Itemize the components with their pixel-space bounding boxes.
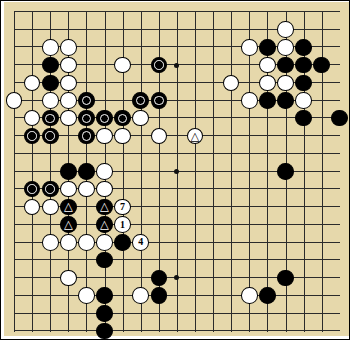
circle-mark-icon (27, 184, 37, 194)
black-stone (277, 57, 294, 73)
black-stone-circle-marked (151, 57, 168, 73)
black-stone-triangle-marked: △ (96, 216, 113, 232)
white-stone-numbered-1: 1 (114, 216, 131, 232)
circle-mark-icon (82, 131, 92, 141)
white-stone (259, 75, 276, 91)
white-stone (24, 75, 41, 91)
white-stone (277, 75, 294, 91)
go-diagram-page: △△△7△△14 (0, 0, 350, 340)
move-number-label: 7 (120, 202, 125, 212)
white-stone-numbered-7: 7 (114, 199, 131, 215)
black-stone-circle-marked (78, 110, 95, 126)
black-stone-triangle-marked: △ (60, 216, 77, 232)
black-stone-circle-marked (42, 110, 59, 126)
move-number-label: 4 (138, 237, 143, 247)
triangle-mark-icon: △ (191, 130, 200, 141)
white-stone (259, 57, 276, 73)
star-point (174, 63, 179, 68)
black-stone (259, 92, 276, 108)
move-number-label: 1 (120, 220, 125, 230)
black-stone (96, 323, 113, 339)
white-stone (42, 92, 59, 108)
black-stone-circle-marked (151, 92, 168, 108)
white-stone (60, 181, 77, 197)
black-stone (277, 163, 294, 179)
black-stone-circle-marked (24, 181, 41, 197)
circle-mark-icon (154, 96, 164, 106)
white-stone (114, 128, 131, 144)
white-stone (60, 92, 77, 108)
circle-mark-icon (82, 96, 92, 106)
go-board[interactable]: △△△7△△14 (5, 3, 349, 340)
black-stone-circle-marked (42, 181, 59, 197)
black-stone (313, 57, 330, 73)
white-stone (132, 287, 149, 303)
white-stone-numbered-4: 4 (132, 234, 149, 250)
black-stone (96, 287, 113, 303)
white-stone (132, 110, 149, 126)
white-stone (96, 181, 113, 197)
triangle-mark-icon: △ (64, 219, 73, 230)
white-stone (295, 92, 312, 108)
white-stone (24, 110, 41, 126)
white-stone (96, 128, 113, 144)
black-stone-circle-marked (96, 110, 113, 126)
black-stone (259, 287, 276, 303)
circle-mark-icon (136, 96, 146, 106)
triangle-mark-icon: △ (100, 219, 109, 230)
white-stone (42, 199, 59, 215)
white-stone (42, 234, 59, 250)
white-stone (241, 287, 258, 303)
white-stone (60, 57, 77, 73)
circle-mark-icon (45, 131, 55, 141)
white-stone (60, 270, 77, 286)
black-stone (295, 75, 312, 91)
black-stone (42, 75, 59, 91)
black-stone (295, 57, 312, 73)
circle-mark-icon (82, 114, 92, 124)
white-stone (241, 92, 258, 108)
white-stone (223, 75, 240, 91)
black-stone (295, 110, 312, 126)
black-stone-circle-marked (24, 128, 41, 144)
black-stone (331, 110, 348, 126)
white-stone (6, 92, 23, 108)
white-stone (42, 39, 59, 55)
white-stone (96, 163, 113, 179)
black-stone (96, 305, 113, 321)
black-stone (151, 287, 168, 303)
white-stone-triangle-marked: △ (187, 128, 204, 144)
white-stone (78, 234, 95, 250)
white-stone (241, 39, 258, 55)
black-stone (96, 252, 113, 268)
white-stone (277, 21, 294, 37)
star-point (174, 275, 179, 280)
white-stone (277, 39, 294, 55)
white-stone (114, 57, 131, 73)
black-stone (60, 163, 77, 179)
black-stone (295, 39, 312, 55)
black-stone-triangle-marked: △ (60, 199, 77, 215)
star-point (174, 169, 179, 174)
triangle-mark-icon: △ (100, 201, 109, 212)
white-stone (60, 39, 77, 55)
white-stone (78, 287, 95, 303)
white-stone (78, 181, 95, 197)
circle-mark-icon (45, 114, 55, 124)
black-stone (259, 39, 276, 55)
black-stone (78, 163, 95, 179)
circle-mark-icon (118, 114, 128, 124)
black-stone-circle-marked (132, 92, 149, 108)
black-stone-circle-marked (114, 110, 131, 126)
black-stone (42, 57, 59, 73)
white-stone (60, 110, 77, 126)
black-stone (277, 92, 294, 108)
white-stone (60, 234, 77, 250)
black-stone-circle-marked (42, 128, 59, 144)
circle-mark-icon (45, 184, 55, 194)
circle-mark-icon (154, 60, 164, 70)
white-stone (24, 199, 41, 215)
white-stone (60, 75, 77, 91)
black-stone-circle-marked (78, 92, 95, 108)
black-stone (151, 270, 168, 286)
circle-mark-icon (100, 114, 110, 124)
black-stone (277, 270, 294, 286)
circle-mark-icon (27, 131, 37, 141)
black-stone-triangle-marked: △ (96, 199, 113, 215)
triangle-mark-icon: △ (64, 201, 73, 212)
black-stone (114, 234, 131, 250)
white-stone (151, 128, 168, 144)
black-stone-circle-marked (78, 128, 95, 144)
stones-layer: △△△7△△14 (5, 3, 349, 340)
white-stone (96, 234, 113, 250)
